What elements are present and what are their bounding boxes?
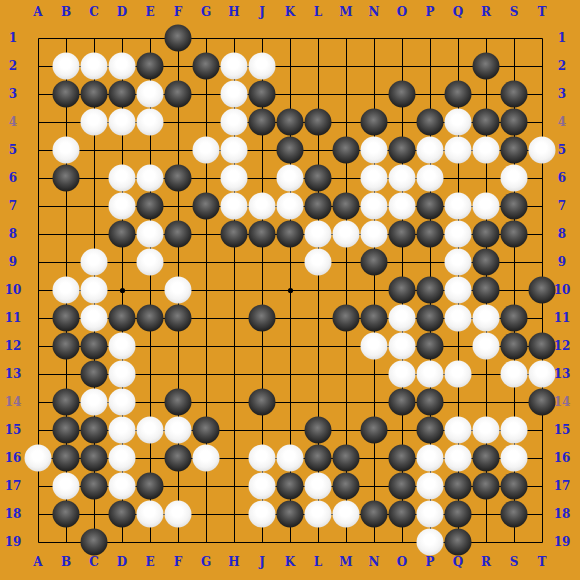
intersection-B17[interactable] xyxy=(52,472,80,500)
intersection-Q7[interactable] xyxy=(444,192,472,220)
intersection-P8[interactable] xyxy=(416,220,444,248)
intersection-G10[interactable] xyxy=(192,276,220,304)
intersection-O5[interactable] xyxy=(388,136,416,164)
intersection-K13[interactable] xyxy=(276,360,304,388)
intersection-A3[interactable] xyxy=(24,80,52,108)
intersection-C10[interactable] xyxy=(80,276,108,304)
intersection-A14[interactable] xyxy=(24,388,52,416)
intersection-O11[interactable] xyxy=(388,304,416,332)
intersection-A9[interactable] xyxy=(24,248,52,276)
intersection-H17[interactable] xyxy=(220,472,248,500)
intersection-H1[interactable] xyxy=(220,24,248,52)
intersection-R2[interactable] xyxy=(472,52,500,80)
intersection-S3[interactable] xyxy=(500,80,528,108)
intersection-D15[interactable] xyxy=(108,416,136,444)
intersection-S6[interactable] xyxy=(500,164,528,192)
intersection-D8[interactable] xyxy=(108,220,136,248)
intersection-K18[interactable] xyxy=(276,500,304,528)
intersection-C5[interactable] xyxy=(80,136,108,164)
intersection-D3[interactable] xyxy=(108,80,136,108)
intersection-G3[interactable] xyxy=(192,80,220,108)
intersection-L16[interactable] xyxy=(304,444,332,472)
intersection-L12[interactable] xyxy=(304,332,332,360)
intersection-H12[interactable] xyxy=(220,332,248,360)
intersection-D10[interactable] xyxy=(108,276,136,304)
intersection-D5[interactable] xyxy=(108,136,136,164)
intersection-P17[interactable] xyxy=(416,472,444,500)
intersection-G9[interactable] xyxy=(192,248,220,276)
intersection-R3[interactable] xyxy=(472,80,500,108)
intersection-G18[interactable] xyxy=(192,500,220,528)
intersection-E14[interactable] xyxy=(136,388,164,416)
intersection-G4[interactable] xyxy=(192,108,220,136)
intersection-N16[interactable] xyxy=(360,444,388,472)
intersection-L6[interactable] xyxy=(304,164,332,192)
intersection-J2[interactable] xyxy=(248,52,276,80)
intersection-N3[interactable] xyxy=(360,80,388,108)
intersection-J3[interactable] xyxy=(248,80,276,108)
intersection-F10[interactable] xyxy=(164,276,192,304)
intersection-J16[interactable] xyxy=(248,444,276,472)
intersection-O8[interactable] xyxy=(388,220,416,248)
intersection-S2[interactable] xyxy=(500,52,528,80)
intersection-C16[interactable] xyxy=(80,444,108,472)
intersection-H8[interactable] xyxy=(220,220,248,248)
intersection-Q13[interactable] xyxy=(444,360,472,388)
intersection-M2[interactable] xyxy=(332,52,360,80)
intersection-L17[interactable] xyxy=(304,472,332,500)
intersection-E1[interactable] xyxy=(136,24,164,52)
intersection-G17[interactable] xyxy=(192,472,220,500)
intersection-B9[interactable] xyxy=(52,248,80,276)
intersection-A16[interactable] xyxy=(24,444,52,472)
intersection-O10[interactable] xyxy=(388,276,416,304)
intersection-Q19[interactable] xyxy=(444,528,472,556)
intersection-D6[interactable] xyxy=(108,164,136,192)
intersection-J12[interactable] xyxy=(248,332,276,360)
intersection-R19[interactable] xyxy=(472,528,500,556)
intersection-K3[interactable] xyxy=(276,80,304,108)
intersection-B7[interactable] xyxy=(52,192,80,220)
intersection-M5[interactable] xyxy=(332,136,360,164)
intersection-A2[interactable] xyxy=(24,52,52,80)
intersection-H7[interactable] xyxy=(220,192,248,220)
intersection-L8[interactable] xyxy=(304,220,332,248)
intersection-F5[interactable] xyxy=(164,136,192,164)
intersection-Q12[interactable] xyxy=(444,332,472,360)
intersection-N11[interactable] xyxy=(360,304,388,332)
intersection-R7[interactable] xyxy=(472,192,500,220)
intersection-L1[interactable] xyxy=(304,24,332,52)
intersection-D2[interactable] xyxy=(108,52,136,80)
intersection-C7[interactable] xyxy=(80,192,108,220)
intersection-G6[interactable] xyxy=(192,164,220,192)
intersection-S12[interactable] xyxy=(500,332,528,360)
intersection-G11[interactable] xyxy=(192,304,220,332)
intersection-A8[interactable] xyxy=(24,220,52,248)
intersection-O16[interactable] xyxy=(388,444,416,472)
intersection-B11[interactable] xyxy=(52,304,80,332)
intersection-Q5[interactable] xyxy=(444,136,472,164)
intersection-J7[interactable] xyxy=(248,192,276,220)
intersection-L15[interactable] xyxy=(304,416,332,444)
intersection-A6[interactable] xyxy=(24,164,52,192)
intersection-C2[interactable] xyxy=(80,52,108,80)
intersection-E18[interactable] xyxy=(136,500,164,528)
intersection-G15[interactable] xyxy=(192,416,220,444)
intersection-Q9[interactable] xyxy=(444,248,472,276)
intersection-D7[interactable] xyxy=(108,192,136,220)
intersection-D12[interactable] xyxy=(108,332,136,360)
intersection-P18[interactable] xyxy=(416,500,444,528)
intersection-C9[interactable] xyxy=(80,248,108,276)
intersection-S18[interactable] xyxy=(500,500,528,528)
intersection-N4[interactable] xyxy=(360,108,388,136)
intersection-B1[interactable] xyxy=(52,24,80,52)
intersection-L7[interactable] xyxy=(304,192,332,220)
intersection-F15[interactable] xyxy=(164,416,192,444)
intersection-M12[interactable] xyxy=(332,332,360,360)
intersection-P12[interactable] xyxy=(416,332,444,360)
intersection-N12[interactable] xyxy=(360,332,388,360)
intersection-L18[interactable] xyxy=(304,500,332,528)
intersection-M19[interactable] xyxy=(332,528,360,556)
intersection-P19[interactable] xyxy=(416,528,444,556)
intersection-F14[interactable] xyxy=(164,388,192,416)
intersection-B18[interactable] xyxy=(52,500,80,528)
intersection-H19[interactable] xyxy=(220,528,248,556)
intersection-K14[interactable] xyxy=(276,388,304,416)
intersection-K2[interactable] xyxy=(276,52,304,80)
intersection-J15[interactable] xyxy=(248,416,276,444)
intersection-K5[interactable] xyxy=(276,136,304,164)
intersection-S10[interactable] xyxy=(500,276,528,304)
intersection-G19[interactable] xyxy=(192,528,220,556)
intersection-D13[interactable] xyxy=(108,360,136,388)
intersection-P15[interactable] xyxy=(416,416,444,444)
intersection-N7[interactable] xyxy=(360,192,388,220)
intersection-O13[interactable] xyxy=(388,360,416,388)
intersection-L5[interactable] xyxy=(304,136,332,164)
intersection-P11[interactable] xyxy=(416,304,444,332)
intersection-C13[interactable] xyxy=(80,360,108,388)
intersection-E11[interactable] xyxy=(136,304,164,332)
intersection-Q1[interactable] xyxy=(444,24,472,52)
intersection-E16[interactable] xyxy=(136,444,164,472)
intersection-N1[interactable] xyxy=(360,24,388,52)
intersection-B5[interactable] xyxy=(52,136,80,164)
intersection-B8[interactable] xyxy=(52,220,80,248)
intersection-M16[interactable] xyxy=(332,444,360,472)
intersection-O7[interactable] xyxy=(388,192,416,220)
intersection-G8[interactable] xyxy=(192,220,220,248)
intersection-R11[interactable] xyxy=(472,304,500,332)
intersection-E12[interactable] xyxy=(136,332,164,360)
intersection-E19[interactable] xyxy=(136,528,164,556)
intersection-H14[interactable] xyxy=(220,388,248,416)
intersection-E6[interactable] xyxy=(136,164,164,192)
intersection-Q15[interactable] xyxy=(444,416,472,444)
intersection-P6[interactable] xyxy=(416,164,444,192)
intersection-P2[interactable] xyxy=(416,52,444,80)
intersection-A4[interactable] xyxy=(24,108,52,136)
intersection-B15[interactable] xyxy=(52,416,80,444)
intersection-R13[interactable] xyxy=(472,360,500,388)
intersection-J13[interactable] xyxy=(248,360,276,388)
intersection-P1[interactable] xyxy=(416,24,444,52)
intersection-P7[interactable] xyxy=(416,192,444,220)
intersection-O4[interactable] xyxy=(388,108,416,136)
intersection-D4[interactable] xyxy=(108,108,136,136)
intersection-H11[interactable] xyxy=(220,304,248,332)
intersection-J8[interactable] xyxy=(248,220,276,248)
intersection-K9[interactable] xyxy=(276,248,304,276)
intersection-B3[interactable] xyxy=(52,80,80,108)
intersection-P5[interactable] xyxy=(416,136,444,164)
intersection-Q3[interactable] xyxy=(444,80,472,108)
intersection-B2[interactable] xyxy=(52,52,80,80)
intersection-P4[interactable] xyxy=(416,108,444,136)
intersection-D1[interactable] xyxy=(108,24,136,52)
intersection-G12[interactable] xyxy=(192,332,220,360)
intersection-F16[interactable] xyxy=(164,444,192,472)
intersection-Q6[interactable] xyxy=(444,164,472,192)
intersection-E5[interactable] xyxy=(136,136,164,164)
intersection-E8[interactable] xyxy=(136,220,164,248)
intersection-K1[interactable] xyxy=(276,24,304,52)
intersection-B19[interactable] xyxy=(52,528,80,556)
intersection-P3[interactable] xyxy=(416,80,444,108)
intersection-F11[interactable] xyxy=(164,304,192,332)
intersection-E3[interactable] xyxy=(136,80,164,108)
intersection-O17[interactable] xyxy=(388,472,416,500)
intersection-H5[interactable] xyxy=(220,136,248,164)
intersection-K6[interactable] xyxy=(276,164,304,192)
intersection-A12[interactable] xyxy=(24,332,52,360)
intersection-M3[interactable] xyxy=(332,80,360,108)
intersection-F6[interactable] xyxy=(164,164,192,192)
intersection-H6[interactable] xyxy=(220,164,248,192)
intersection-Q4[interactable] xyxy=(444,108,472,136)
intersection-K17[interactable] xyxy=(276,472,304,500)
intersection-S8[interactable] xyxy=(500,220,528,248)
intersection-M10[interactable] xyxy=(332,276,360,304)
intersection-S4[interactable] xyxy=(500,108,528,136)
intersection-F8[interactable] xyxy=(164,220,192,248)
intersection-R16[interactable] xyxy=(472,444,500,472)
intersection-J11[interactable] xyxy=(248,304,276,332)
intersection-M15[interactable] xyxy=(332,416,360,444)
intersection-S1[interactable] xyxy=(500,24,528,52)
intersection-F1[interactable] xyxy=(164,24,192,52)
intersection-N2[interactable] xyxy=(360,52,388,80)
intersection-S19[interactable] xyxy=(500,528,528,556)
intersection-A15[interactable] xyxy=(24,416,52,444)
intersection-N15[interactable] xyxy=(360,416,388,444)
intersection-P9[interactable] xyxy=(416,248,444,276)
intersection-G16[interactable] xyxy=(192,444,220,472)
intersection-G5[interactable] xyxy=(192,136,220,164)
intersection-C1[interactable] xyxy=(80,24,108,52)
intersection-A19[interactable] xyxy=(24,528,52,556)
intersection-M13[interactable] xyxy=(332,360,360,388)
intersection-P16[interactable] xyxy=(416,444,444,472)
intersection-F9[interactable] xyxy=(164,248,192,276)
intersection-M1[interactable] xyxy=(332,24,360,52)
intersection-S15[interactable] xyxy=(500,416,528,444)
intersection-G2[interactable] xyxy=(192,52,220,80)
intersection-R6[interactable] xyxy=(472,164,500,192)
intersection-C12[interactable] xyxy=(80,332,108,360)
intersection-N17[interactable] xyxy=(360,472,388,500)
intersection-Q10[interactable] xyxy=(444,276,472,304)
intersection-P14[interactable] xyxy=(416,388,444,416)
intersection-J1[interactable] xyxy=(248,24,276,52)
intersection-N14[interactable] xyxy=(360,388,388,416)
intersection-F17[interactable] xyxy=(164,472,192,500)
intersection-A17[interactable] xyxy=(24,472,52,500)
intersection-F3[interactable] xyxy=(164,80,192,108)
intersection-J6[interactable] xyxy=(248,164,276,192)
intersection-E4[interactable] xyxy=(136,108,164,136)
intersection-K12[interactable] xyxy=(276,332,304,360)
intersection-C15[interactable] xyxy=(80,416,108,444)
intersection-F12[interactable] xyxy=(164,332,192,360)
intersection-R12[interactable] xyxy=(472,332,500,360)
intersection-J18[interactable] xyxy=(248,500,276,528)
intersection-C19[interactable] xyxy=(80,528,108,556)
intersection-L13[interactable] xyxy=(304,360,332,388)
intersection-O1[interactable] xyxy=(388,24,416,52)
intersection-L11[interactable] xyxy=(304,304,332,332)
intersection-E13[interactable] xyxy=(136,360,164,388)
intersection-K19[interactable] xyxy=(276,528,304,556)
intersection-F2[interactable] xyxy=(164,52,192,80)
intersection-A11[interactable] xyxy=(24,304,52,332)
intersection-C4[interactable] xyxy=(80,108,108,136)
intersection-S13[interactable] xyxy=(500,360,528,388)
intersection-L4[interactable] xyxy=(304,108,332,136)
intersection-H18[interactable] xyxy=(220,500,248,528)
intersection-M9[interactable] xyxy=(332,248,360,276)
intersection-J9[interactable] xyxy=(248,248,276,276)
intersection-O12[interactable] xyxy=(388,332,416,360)
intersection-D9[interactable] xyxy=(108,248,136,276)
intersection-M17[interactable] xyxy=(332,472,360,500)
intersection-R5[interactable] xyxy=(472,136,500,164)
intersection-L3[interactable] xyxy=(304,80,332,108)
intersection-H15[interactable] xyxy=(220,416,248,444)
intersection-E9[interactable] xyxy=(136,248,164,276)
intersection-E17[interactable] xyxy=(136,472,164,500)
intersection-O9[interactable] xyxy=(388,248,416,276)
intersection-D18[interactable] xyxy=(108,500,136,528)
intersection-P10[interactable] xyxy=(416,276,444,304)
intersection-R1[interactable] xyxy=(472,24,500,52)
intersection-C14[interactable] xyxy=(80,388,108,416)
intersection-O19[interactable] xyxy=(388,528,416,556)
intersection-E7[interactable] xyxy=(136,192,164,220)
intersection-H3[interactable] xyxy=(220,80,248,108)
intersection-B6[interactable] xyxy=(52,164,80,192)
intersection-R14[interactable] xyxy=(472,388,500,416)
intersection-F7[interactable] xyxy=(164,192,192,220)
intersection-Q17[interactable] xyxy=(444,472,472,500)
intersection-R10[interactable] xyxy=(472,276,500,304)
intersection-R4[interactable] xyxy=(472,108,500,136)
intersection-A13[interactable] xyxy=(24,360,52,388)
intersection-K16[interactable] xyxy=(276,444,304,472)
intersection-G13[interactable] xyxy=(192,360,220,388)
intersection-P13[interactable] xyxy=(416,360,444,388)
intersection-O18[interactable] xyxy=(388,500,416,528)
intersection-J19[interactable] xyxy=(248,528,276,556)
intersection-D19[interactable] xyxy=(108,528,136,556)
intersection-N6[interactable] xyxy=(360,164,388,192)
intersection-O2[interactable] xyxy=(388,52,416,80)
intersection-F18[interactable] xyxy=(164,500,192,528)
intersection-H13[interactable] xyxy=(220,360,248,388)
intersection-G14[interactable] xyxy=(192,388,220,416)
intersection-R8[interactable] xyxy=(472,220,500,248)
intersection-O6[interactable] xyxy=(388,164,416,192)
intersection-C11[interactable] xyxy=(80,304,108,332)
intersection-M6[interactable] xyxy=(332,164,360,192)
intersection-S9[interactable] xyxy=(500,248,528,276)
intersection-M11[interactable] xyxy=(332,304,360,332)
intersection-H16[interactable] xyxy=(220,444,248,472)
intersection-A1[interactable] xyxy=(24,24,52,52)
intersection-A18[interactable] xyxy=(24,500,52,528)
intersection-M14[interactable] xyxy=(332,388,360,416)
intersection-N13[interactable] xyxy=(360,360,388,388)
intersection-S5[interactable] xyxy=(500,136,528,164)
intersection-J10[interactable] xyxy=(248,276,276,304)
intersection-B10[interactable] xyxy=(52,276,80,304)
intersection-C17[interactable] xyxy=(80,472,108,500)
intersection-S11[interactable] xyxy=(500,304,528,332)
intersection-C8[interactable] xyxy=(80,220,108,248)
intersection-N10[interactable] xyxy=(360,276,388,304)
intersection-L10[interactable] xyxy=(304,276,332,304)
intersection-K11[interactable] xyxy=(276,304,304,332)
intersection-K10[interactable] xyxy=(276,276,304,304)
intersection-S17[interactable] xyxy=(500,472,528,500)
intersection-F19[interactable] xyxy=(164,528,192,556)
intersection-M7[interactable] xyxy=(332,192,360,220)
intersection-S7[interactable] xyxy=(500,192,528,220)
intersection-Q16[interactable] xyxy=(444,444,472,472)
intersection-R18[interactable] xyxy=(472,500,500,528)
intersection-Q18[interactable] xyxy=(444,500,472,528)
intersection-N9[interactable] xyxy=(360,248,388,276)
intersection-E15[interactable] xyxy=(136,416,164,444)
intersection-K7[interactable] xyxy=(276,192,304,220)
intersection-D11[interactable] xyxy=(108,304,136,332)
intersection-Q8[interactable] xyxy=(444,220,472,248)
intersection-N5[interactable] xyxy=(360,136,388,164)
intersection-L9[interactable] xyxy=(304,248,332,276)
intersection-G1[interactable] xyxy=(192,24,220,52)
intersection-A10[interactable] xyxy=(24,276,52,304)
intersection-J17[interactable] xyxy=(248,472,276,500)
intersection-C6[interactable] xyxy=(80,164,108,192)
intersection-A5[interactable] xyxy=(24,136,52,164)
intersection-S14[interactable] xyxy=(500,388,528,416)
intersection-M4[interactable] xyxy=(332,108,360,136)
intersection-S16[interactable] xyxy=(500,444,528,472)
intersection-H10[interactable] xyxy=(220,276,248,304)
